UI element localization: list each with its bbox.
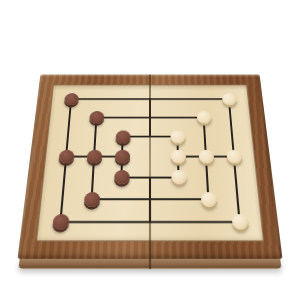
grid-gap-f5 bbox=[191, 127, 220, 147]
grid-gap-e1 bbox=[165, 211, 196, 234]
grid-gap-f3 bbox=[192, 167, 222, 188]
dark-piece-c3[interactable] bbox=[114, 170, 130, 184]
point-a7[interactable] bbox=[57, 90, 85, 108]
grid-gap-b7 bbox=[84, 90, 111, 108]
point-a4[interactable] bbox=[51, 147, 81, 167]
light-piece-g4[interactable] bbox=[226, 150, 242, 164]
light-piece-e3[interactable] bbox=[171, 170, 187, 184]
grid-gap-a2 bbox=[47, 188, 78, 210]
light-piece-e5[interactable] bbox=[170, 130, 185, 143]
dark-piece-b2[interactable] bbox=[83, 192, 100, 207]
hinge-seam bbox=[149, 75, 151, 259]
point-f4[interactable] bbox=[192, 147, 221, 167]
grid-gap-g2 bbox=[222, 188, 253, 210]
board-side-edge bbox=[18, 259, 281, 269]
point-e3[interactable] bbox=[164, 167, 193, 188]
grid-gap-f1 bbox=[194, 211, 225, 234]
point-f2[interactable] bbox=[193, 188, 223, 210]
light-piece-g7[interactable] bbox=[221, 93, 236, 105]
light-piece-f6[interactable] bbox=[196, 111, 211, 124]
point-e5[interactable] bbox=[164, 127, 192, 147]
grid-gap-e7 bbox=[163, 90, 190, 108]
grid-gap-b5 bbox=[81, 127, 110, 147]
grid-gap-a5 bbox=[53, 127, 82, 147]
grid-gap-e2 bbox=[164, 188, 194, 210]
light-piece-f4[interactable] bbox=[198, 150, 214, 164]
grid-gap-a6 bbox=[55, 108, 83, 127]
grid-gap-g6 bbox=[216, 108, 244, 127]
grid-gap-c6 bbox=[109, 108, 136, 127]
point-c5[interactable] bbox=[108, 127, 136, 147]
dark-piece-c4[interactable] bbox=[114, 150, 129, 164]
dark-piece-a7[interactable] bbox=[64, 93, 79, 105]
grid-gap-c7 bbox=[110, 90, 137, 108]
point-a1[interactable] bbox=[44, 211, 76, 234]
point-b4[interactable] bbox=[79, 147, 108, 167]
grid-gap-b1 bbox=[75, 211, 106, 234]
point-b6[interactable] bbox=[82, 108, 110, 127]
light-piece-f2[interactable] bbox=[200, 192, 217, 207]
point-g1[interactable] bbox=[224, 211, 256, 234]
point-g4[interactable] bbox=[219, 147, 249, 167]
point-c4[interactable] bbox=[108, 147, 137, 167]
light-piece-e4[interactable] bbox=[170, 150, 185, 164]
grid-gap-e6 bbox=[163, 108, 190, 127]
dark-piece-c5[interactable] bbox=[115, 130, 130, 143]
point-e4[interactable] bbox=[164, 147, 193, 167]
grid-gap-f7 bbox=[189, 90, 216, 108]
morris-board bbox=[17, 75, 282, 259]
dark-piece-a1[interactable] bbox=[52, 214, 69, 230]
point-g7[interactable] bbox=[215, 90, 243, 108]
grid-gap-c1 bbox=[105, 211, 136, 234]
dark-piece-a4[interactable] bbox=[58, 150, 74, 164]
dark-piece-b6[interactable] bbox=[89, 111, 104, 124]
point-c3[interactable] bbox=[107, 167, 136, 188]
grid-gap-b3 bbox=[78, 167, 108, 188]
point-b2[interactable] bbox=[76, 188, 106, 210]
light-piece-g1[interactable] bbox=[231, 214, 248, 230]
photo-background bbox=[0, 0, 300, 300]
point-f6[interactable] bbox=[190, 108, 218, 127]
grid-gap-g5 bbox=[218, 127, 247, 147]
grid-gap-c2 bbox=[106, 188, 136, 210]
dark-piece-b4[interactable] bbox=[86, 150, 102, 164]
grid-gap-a3 bbox=[49, 167, 79, 188]
grid-gap-g3 bbox=[221, 167, 251, 188]
